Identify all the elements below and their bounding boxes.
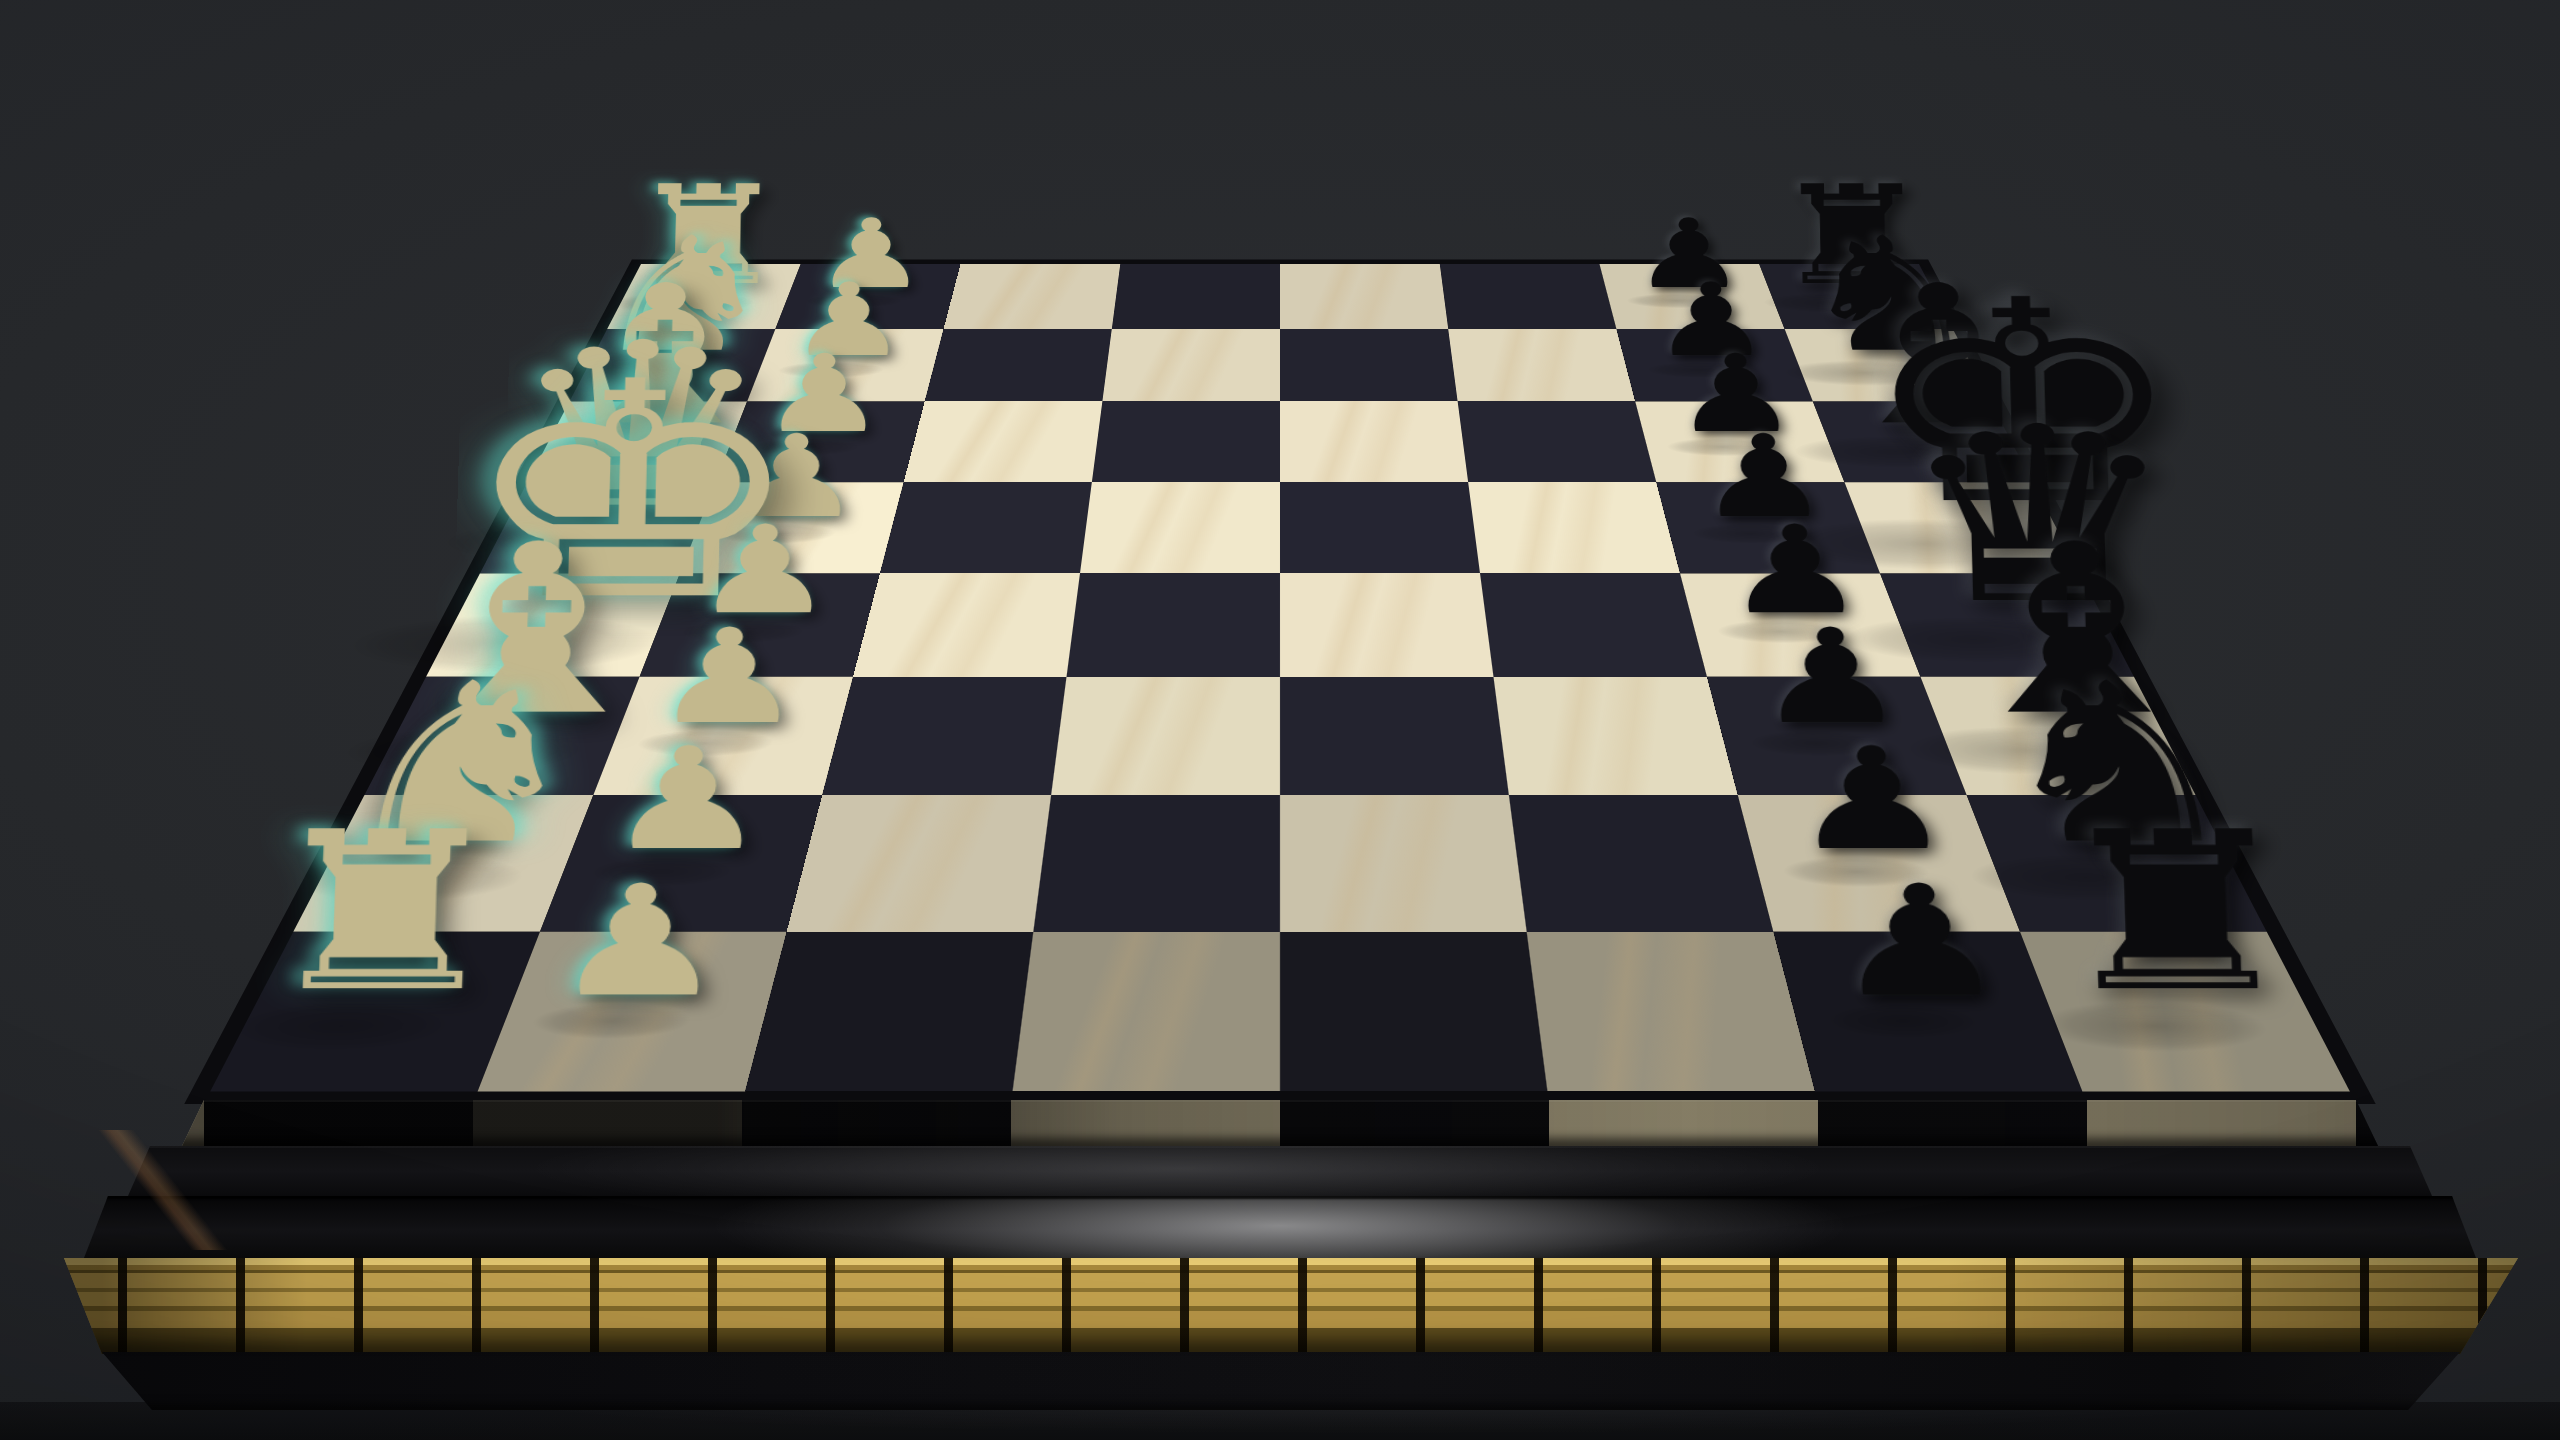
black-pawn[interactable]: ♟ [1791,864,2051,1017]
piece-glyph: ♜ [2045,784,2306,1040]
square-a3[interactable] [745,932,1033,1092]
square-a6[interactable] [1527,932,1815,1092]
render-stage: ♜♟♟♜♞♟♟♞♝♟♟♝♛♟♟♚♚♟♟♛♝♟♟♝♞♟♟♞♜♟♟♜ [0,0,2560,1440]
pedestal-base [0,1352,2560,1410]
square-a5[interactable] [1280,932,1547,1092]
pedestal-step-upper [0,1146,2560,1196]
square-g5[interactable] [1280,329,1458,401]
square-g4[interactable] [1102,329,1280,401]
black-rook[interactable]: ♜ [2044,802,2307,1021]
square-f6[interactable] [1458,401,1657,482]
square-a2[interactable]: ♟ [478,932,787,1092]
square-b5[interactable] [1280,795,1527,932]
square-d6[interactable] [1480,573,1707,676]
square-f4[interactable] [1092,401,1280,482]
square-e6[interactable] [1468,482,1680,573]
square-c3[interactable] [822,677,1066,795]
square-a4[interactable] [1013,932,1280,1092]
pedestal-step-lower [0,1196,2560,1258]
black-pawn[interactable]: ♟ [1753,728,1993,869]
white-pawn[interactable]: ♟ [510,864,770,1017]
chessboard: ♜♟♟♜♞♟♟♞♝♟♟♝♛♟♟♚♚♟♟♛♝♟♟♝♞♟♟♞♜♟♟♜ [184,260,2375,1104]
square-e3[interactable] [880,482,1092,573]
square-h4[interactable] [1112,264,1280,329]
square-c5[interactable] [1280,677,1509,795]
square-b3[interactable] [787,795,1051,932]
square-h6[interactable] [1440,264,1617,329]
square-g6[interactable] [1448,329,1635,401]
square-b4[interactable] [1033,795,1280,932]
gold-trim-band [0,1258,2560,1354]
piece-glyph: ♟ [1830,852,2011,1030]
square-f3[interactable] [904,401,1103,482]
board-squares-grid: ♜♟♟♜♞♟♟♞♝♟♟♝♛♟♟♚♚♟♟♛♝♟♟♝♞♟♟♞♜♟♟♜ [210,264,2350,1091]
square-h5[interactable] [1280,264,1448,329]
piece-glyph: ♜ [254,784,515,1040]
square-g3[interactable] [925,329,1112,401]
square-d3[interactable] [853,573,1080,676]
square-h3[interactable] [944,264,1121,329]
square-d5[interactable] [1280,573,1493,676]
square-c6[interactable] [1493,677,1737,795]
square-e5[interactable] [1280,482,1480,573]
board-side-face [0,1100,2560,1146]
square-c4[interactable] [1051,677,1280,795]
square-f5[interactable] [1280,401,1468,482]
piece-glyph: ♟ [549,852,730,1030]
square-a7[interactable]: ♟ [1773,932,2082,1092]
white-pawn[interactable]: ♟ [567,728,807,869]
white-rook[interactable]: ♜ [253,802,516,1021]
square-b6[interactable] [1509,795,1773,932]
square-d4[interactable] [1067,573,1280,676]
square-e4[interactable] [1080,482,1280,573]
pedestal-corner-highlight [84,1130,234,1250]
